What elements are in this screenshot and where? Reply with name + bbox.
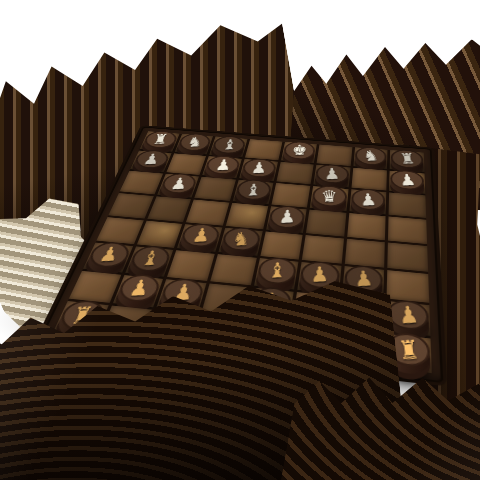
board-square-d4: ♞ [218,227,262,255]
board-square-e4 [260,231,303,260]
board-square-g1 [336,329,383,367]
board-square-a6 [120,171,163,194]
board-square-e6 [271,183,310,207]
board-square-f1: ♞ [287,324,335,362]
silver-rook-a8: ♜ [141,132,178,151]
gold-rook-h1: ♜ [387,335,431,372]
board-square-e3: ♝ [254,258,299,289]
board-square-e1: ♚ [239,320,289,357]
board-square-h7: ♟ [389,171,425,194]
silver-pawn-c7: ♟ [203,157,240,178]
board-square-f8 [317,145,352,166]
board-square-f4 [302,235,344,264]
gold-pawn-e2: ♟ [248,288,293,320]
rook-glyph-icon: ♜ [398,151,416,166]
board-square-c3 [167,250,214,280]
board-frame: ♜♞♝♚♞♜♟♟♟♟♟♟♝♛♟♟♟♞♟♝♝♟♟♟♟♟♟♜♛♚♞♜ [39,127,443,383]
board-square-c4: ♟ [177,224,222,252]
board-square-a5 [109,193,154,218]
gold-pawn-g3: ♟ [343,267,383,297]
ground-shadow [10,408,450,472]
gold-queen-d1: ♛ [193,316,241,351]
gold-pawn-h2: ♟ [387,302,429,336]
board-square-c2: ♟ [157,279,207,312]
board-square-h5 [388,216,427,243]
pawn-glyph-icon: ♟ [311,264,330,286]
gold-pawn-f3: ♟ [299,263,340,293]
gold-knight-d4: ♞ [219,228,261,255]
gold-pawn-c2: ♟ [158,280,205,311]
knight-glyph-icon: ♞ [302,327,322,353]
silver-queen-f6: ♛ [311,187,347,210]
silver-pawn-h7: ♟ [390,171,424,193]
pawn-glyph-icon: ♟ [169,175,189,191]
pawn-glyph-icon: ♟ [214,157,232,172]
board-square-a3: ♟ [83,243,133,273]
board-square-c6 [195,177,236,201]
board-square-a7: ♟ [130,150,171,172]
pawn-glyph-icon: ♟ [261,290,281,313]
board-square-g2 [339,296,383,331]
pawn-glyph-icon: ♟ [397,303,419,327]
board-square-h3 [387,270,429,302]
board-square-h8: ♜ [390,150,424,172]
silver-knight-b8: ♞ [176,134,213,153]
board-square-d2 [201,283,250,317]
silver-bishop-c8: ♝ [211,137,247,157]
gold-king-e1: ♚ [240,321,287,356]
board-square-a4 [96,217,143,244]
board-square-b3: ♝ [125,246,173,276]
board-square-d5 [226,203,268,229]
board-square-b5 [147,196,191,222]
board-square-h1: ♜ [385,334,431,373]
board-square-g5 [347,213,386,240]
pawn-glyph-icon: ♟ [278,208,295,226]
bishop-glyph-icon: ♝ [245,181,263,198]
board-square-a8: ♜ [140,131,179,151]
bishop-glyph-icon: ♝ [221,138,238,152]
board-square-d6: ♝ [233,180,273,204]
board-square-b4 [137,220,183,248]
rook-glyph-icon: ♜ [151,132,170,146]
silver-bishop-d6: ♝ [234,181,272,204]
knight-glyph-icon: ♞ [363,148,380,163]
board-square-g8: ♞ [353,147,388,168]
product-photo-scene: ♜♞♝♚♞♜♟♟♟♟♟♟♝♛♟♟♟♞♟♝♝♟♟♟♟♟♟♜♛♚♞♜ [0,0,480,480]
bishop-glyph-icon: ♝ [139,248,162,269]
board-square-c8: ♝ [210,136,248,157]
knight-glyph-icon: ♞ [231,229,250,248]
silver-king-e8: ♚ [282,142,316,162]
board-square-c5 [186,199,229,225]
silver-rook-h8: ♜ [391,151,424,172]
silver-pawn-f7: ♟ [314,165,349,187]
gold-rook-a1: ♜ [55,302,107,336]
board-square-f7: ♟ [313,165,350,188]
silver-pawn-e5: ♟ [267,207,306,232]
silver-pawn-b6: ♟ [158,174,198,196]
pawn-glyph-icon: ♟ [171,281,194,304]
board-square-f6: ♛ [310,186,348,211]
gold-knight-f1: ♞ [288,325,334,361]
rook-glyph-icon: ♜ [69,303,96,327]
board-square-b8: ♞ [174,134,213,154]
bishop-glyph-icon: ♝ [267,260,286,281]
board-square-g6: ♟ [349,189,386,214]
board-square-b7 [166,153,206,175]
board-square-g3: ♟ [342,266,384,298]
gold-pawn-a3: ♟ [85,243,132,271]
board-square-e8: ♚ [281,142,317,163]
board-square-b2: ♟ [112,275,163,308]
rook-glyph-icon: ♜ [397,336,421,363]
board-square-d8 [245,139,282,160]
board-square-b1 [99,306,153,342]
pawn-glyph-icon: ♟ [251,160,268,175]
pawn-glyph-icon: ♟ [142,152,161,167]
board-square-f3: ♟ [297,262,341,294]
silver-pawn-g6: ♟ [350,190,385,214]
silver-pawn-d7: ♟ [240,159,277,180]
board-square-e2: ♟ [247,288,294,322]
board-square-g7 [351,168,387,191]
pawn-glyph-icon: ♟ [354,268,374,290]
board-square-h6 [389,193,426,218]
board-square-b6: ♟ [157,174,199,198]
gold-pawn-b2: ♟ [114,276,162,307]
knight-glyph-icon: ♞ [186,135,204,149]
silver-knight-g8: ♞ [354,148,387,168]
king-glyph-icon: ♚ [292,143,307,158]
board-square-d7: ♟ [239,159,278,181]
queen-glyph-icon: ♛ [321,188,338,205]
king-glyph-icon: ♚ [254,322,276,348]
board-square-h4 [388,242,428,272]
chess-board: ♜♞♝♚♞♜♟♟♟♟♟♟♝♛♟♟♟♞♟♝♝♟♟♟♟♟♟♜♛♚♞♜ [53,131,432,373]
pawn-glyph-icon: ♟ [127,277,151,300]
board-square-f5 [306,210,346,237]
board-square-e5: ♟ [266,206,307,232]
board-square-d1: ♛ [192,315,243,352]
pawn-glyph-icon: ♟ [190,225,211,244]
gold-bishop-e3: ♝ [255,259,298,289]
board-square-h2: ♟ [386,301,430,336]
board-square-d3 [210,254,256,285]
board-square-f2 [293,292,339,326]
pawn-glyph-icon: ♟ [398,172,416,188]
queen-glyph-icon: ♛ [207,317,230,342]
board-square-c7: ♟ [202,156,242,178]
silver-pawn-a7: ♟ [131,151,170,172]
pawn-glyph-icon: ♟ [360,191,378,208]
pawn-glyph-icon: ♟ [97,244,121,264]
pawn-glyph-icon: ♟ [324,166,340,182]
board-square-c1 [145,310,197,346]
gold-pawn-c4: ♟ [178,225,221,251]
board-square-e7 [276,162,314,185]
board-square-g4 [345,238,386,267]
gold-bishop-b3: ♝ [126,247,172,275]
